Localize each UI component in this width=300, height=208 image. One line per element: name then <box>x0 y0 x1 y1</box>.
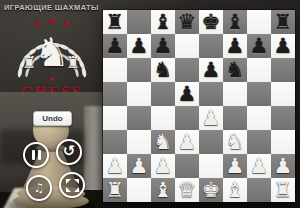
square-d4[interactable] <box>175 106 199 130</box>
square-g6[interactable] <box>247 58 271 82</box>
black-rook[interactable]: ♜ <box>103 10 127 34</box>
white-pawn[interactable]: ♟ <box>175 130 199 154</box>
app-window: ИГРАЮЩИЕ ШАХМАТЫ ★ ★ ★ ♜ ♞ ♜ ★ CHESS Und… <box>0 0 300 208</box>
square-g8[interactable] <box>247 10 271 34</box>
square-g7[interactable]: ♟ <box>247 34 271 58</box>
square-f3[interactable]: ♞ <box>223 130 247 154</box>
white-bishop[interactable]: ♝ <box>223 178 247 202</box>
laurel-leaf <box>81 66 87 78</box>
square-e2[interactable] <box>199 154 223 178</box>
chess-board: ♜♝♛♚♝♜♟♟♟♟♟♟♞♟♞♟♟♞♟♞♟♟♟♟♟♟♜♝♛♚♝♜ <box>103 10 295 202</box>
white-pawn[interactable]: ♟ <box>127 154 151 178</box>
black-pawn[interactable]: ♟ <box>223 34 247 58</box>
black-bishop[interactable]: ♝ <box>151 10 175 34</box>
square-b8[interactable] <box>127 10 151 34</box>
square-d2[interactable] <box>175 154 199 178</box>
square-g5[interactable] <box>247 82 271 106</box>
white-pawn[interactable]: ♟ <box>247 154 271 178</box>
star-icon: ★ <box>34 19 41 29</box>
page-title: ИГРАЮЩИЕ ШАХМАТЫ <box>4 3 99 12</box>
square-f2[interactable]: ♟ <box>223 154 247 178</box>
square-d5[interactable]: ♟ <box>175 82 199 106</box>
square-h4[interactable] <box>271 106 295 130</box>
square-h5[interactable] <box>271 82 295 106</box>
black-knight[interactable]: ♞ <box>151 58 175 82</box>
square-f5[interactable] <box>223 82 247 106</box>
white-knight[interactable]: ♞ <box>223 130 247 154</box>
square-b2[interactable]: ♟ <box>127 154 151 178</box>
square-a3[interactable] <box>103 130 127 154</box>
square-e7[interactable] <box>199 34 223 58</box>
logo-stars: ★ ★ ★ <box>6 19 98 29</box>
square-a2[interactable]: ♟ <box>103 154 127 178</box>
square-h7[interactable]: ♟ <box>271 34 295 58</box>
square-c3[interactable]: ♞ <box>151 130 175 154</box>
black-rook[interactable]: ♜ <box>271 10 295 34</box>
black-pawn[interactable]: ♟ <box>199 58 223 82</box>
square-e5[interactable] <box>199 82 223 106</box>
square-d6[interactable] <box>175 58 199 82</box>
square-b6[interactable] <box>127 58 151 82</box>
square-f8[interactable]: ♝ <box>223 10 247 34</box>
square-b5[interactable] <box>127 82 151 106</box>
undo-button[interactable]: Undo <box>33 111 72 126</box>
square-e1[interactable]: ♚ <box>199 178 223 202</box>
white-pawn[interactable]: ♟ <box>199 106 223 130</box>
black-knight[interactable]: ♞ <box>223 58 247 82</box>
white-bishop[interactable]: ♝ <box>151 178 175 202</box>
music-note-icon: ♫ <box>34 182 45 194</box>
square-b1[interactable] <box>127 178 151 202</box>
square-e8[interactable]: ♚ <box>199 10 223 34</box>
white-pawn[interactable]: ♟ <box>223 154 247 178</box>
square-h3[interactable] <box>271 130 295 154</box>
black-king[interactable]: ♚ <box>199 10 223 34</box>
square-d8[interactable]: ♛ <box>175 10 199 34</box>
square-f6[interactable]: ♞ <box>223 58 247 82</box>
square-d3[interactable]: ♟ <box>175 130 199 154</box>
restart-arrow-icon: ↺ <box>63 144 76 159</box>
square-f4[interactable] <box>223 106 247 130</box>
square-c4[interactable] <box>151 106 175 130</box>
square-b4[interactable] <box>127 106 151 130</box>
square-h6[interactable] <box>271 58 295 82</box>
logo-rook-right-icon: ♜ <box>66 53 80 72</box>
square-h8[interactable]: ♜ <box>271 10 295 34</box>
pause-icon <box>32 150 41 160</box>
square-f1[interactable]: ♝ <box>223 178 247 202</box>
square-c5[interactable] <box>151 82 175 106</box>
square-g3[interactable] <box>247 130 271 154</box>
star-icon: ★ <box>49 75 55 83</box>
white-queen[interactable]: ♛ <box>175 178 199 202</box>
white-pawn[interactable]: ♟ <box>271 154 295 178</box>
black-pawn[interactable]: ♟ <box>247 34 271 58</box>
fullscreen-button[interactable] <box>59 172 85 198</box>
square-e4[interactable]: ♟ <box>199 106 223 130</box>
star-icon: ★ <box>63 19 70 29</box>
black-pawn[interactable]: ♟ <box>127 34 151 58</box>
square-b3[interactable] <box>127 130 151 154</box>
white-pawn[interactable]: ♟ <box>103 154 127 178</box>
square-a6[interactable] <box>103 58 127 82</box>
white-pawn[interactable]: ♟ <box>151 154 175 178</box>
square-g2[interactable]: ♟ <box>247 154 271 178</box>
star-icon: ★ <box>48 16 56 26</box>
square-a7[interactable]: ♟ <box>103 34 127 58</box>
square-h2[interactable]: ♟ <box>271 154 295 178</box>
square-f7[interactable]: ♟ <box>223 34 247 58</box>
square-a8[interactable]: ♜ <box>103 10 127 34</box>
square-e3[interactable] <box>199 130 223 154</box>
square-c7[interactable]: ♟ <box>151 34 175 58</box>
square-g1[interactable] <box>247 178 271 202</box>
square-h1[interactable]: ♜ <box>271 178 295 202</box>
square-b7[interactable]: ♟ <box>127 34 151 58</box>
black-pawn[interactable]: ♟ <box>103 34 127 58</box>
square-d1[interactable]: ♛ <box>175 178 199 202</box>
square-g4[interactable] <box>247 106 271 130</box>
white-rook[interactable]: ♜ <box>103 178 127 202</box>
square-c8[interactable]: ♝ <box>151 10 175 34</box>
black-pawn[interactable]: ♟ <box>175 82 199 106</box>
fullscreen-arrows-icon <box>66 179 79 192</box>
black-bishop[interactable]: ♝ <box>223 10 247 34</box>
square-c6[interactable]: ♞ <box>151 58 175 82</box>
square-a5[interactable] <box>103 82 127 106</box>
black-pawn[interactable]: ♟ <box>271 34 295 58</box>
square-c2[interactable]: ♟ <box>151 154 175 178</box>
square-e6[interactable]: ♟ <box>199 58 223 82</box>
square-d7[interactable] <box>175 34 199 58</box>
square-c1[interactable]: ♝ <box>151 178 175 202</box>
logo-knight-icon: ♞ <box>34 29 70 75</box>
white-king[interactable]: ♚ <box>199 178 223 202</box>
restart-button[interactable]: ↺ <box>56 139 82 165</box>
square-a4[interactable] <box>103 106 127 130</box>
black-queen[interactable]: ♛ <box>175 10 199 34</box>
music-button[interactable]: ♫ <box>26 175 52 201</box>
white-knight[interactable]: ♞ <box>151 130 175 154</box>
white-rook[interactable]: ♜ <box>271 178 295 202</box>
black-pawn[interactable]: ♟ <box>151 34 175 58</box>
pause-button[interactable] <box>23 142 49 168</box>
square-a1[interactable]: ♜ <box>103 178 127 202</box>
